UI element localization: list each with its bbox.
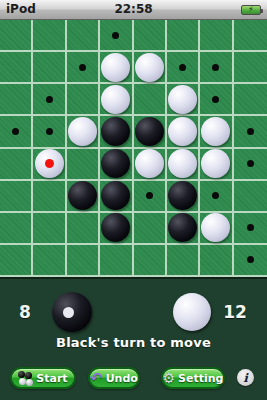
board-cell-r2c2[interactable] bbox=[67, 84, 100, 116]
legal-move-dot[interactable] bbox=[146, 192, 153, 199]
board-cell-r0c0[interactable] bbox=[0, 20, 33, 52]
board-cell-r6c2[interactable] bbox=[67, 213, 100, 245]
board-cell-r4c6[interactable] bbox=[200, 149, 233, 181]
board-cell-r6c1[interactable] bbox=[33, 213, 66, 245]
black-score: 8 bbox=[14, 302, 36, 322]
board-cell-r6c6[interactable] bbox=[200, 213, 233, 245]
board-cell-r3c5[interactable] bbox=[167, 116, 200, 148]
board-cell-r1c6[interactable] bbox=[200, 52, 233, 84]
board-cell-r5c4[interactable] bbox=[134, 181, 167, 213]
start-button[interactable]: Start bbox=[10, 367, 76, 389]
board-cell-r5c1[interactable] bbox=[33, 181, 66, 213]
board-cell-r6c0[interactable] bbox=[0, 213, 33, 245]
white-stone bbox=[168, 117, 197, 146]
undo-button-label: Undo bbox=[106, 372, 138, 385]
board-cell-r0c6[interactable] bbox=[200, 20, 233, 52]
info-icon: i bbox=[243, 372, 248, 384]
legal-move-dot[interactable] bbox=[79, 64, 86, 71]
legal-move-dot[interactable] bbox=[212, 192, 219, 199]
setting-button[interactable]: ⚙ Setting bbox=[161, 367, 225, 389]
board-cell-r3c7[interactable] bbox=[234, 116, 267, 148]
turn-indicator-dot bbox=[63, 307, 74, 318]
board-cell-r4c3[interactable] bbox=[100, 149, 133, 181]
status-bar: iPod 22:58 ⚡ bbox=[0, 0, 267, 20]
board-cell-r1c5[interactable] bbox=[167, 52, 200, 84]
black-stone bbox=[168, 181, 197, 210]
white-stone bbox=[201, 213, 230, 242]
board-cell-r2c1[interactable] bbox=[33, 84, 66, 116]
board-cell-r2c6[interactable] bbox=[200, 84, 233, 116]
black-stone bbox=[101, 117, 130, 146]
board-cell-r6c4[interactable] bbox=[134, 213, 167, 245]
black-stone bbox=[135, 117, 164, 146]
gear-icon: ⚙ bbox=[163, 371, 176, 385]
board-cell-r7c4[interactable] bbox=[134, 245, 167, 277]
legal-move-dot[interactable] bbox=[247, 160, 254, 167]
board-cell-r5c0[interactable] bbox=[0, 181, 33, 213]
board-cell-r5c3[interactable] bbox=[100, 181, 133, 213]
board-cell-r7c6[interactable] bbox=[200, 245, 233, 277]
legal-move-dot[interactable] bbox=[179, 64, 186, 71]
board-cell-r0c7[interactable] bbox=[234, 20, 267, 52]
new-game-stones-icon bbox=[18, 371, 33, 386]
undo-button[interactable]: ↶ Undo bbox=[88, 367, 140, 389]
board-cell-r5c5[interactable] bbox=[167, 181, 200, 213]
white-stone bbox=[35, 149, 64, 178]
board-cell-r0c2[interactable] bbox=[67, 20, 100, 52]
board-cell-r1c2[interactable] bbox=[67, 52, 100, 84]
board-cell-r2c5[interactable] bbox=[167, 84, 200, 116]
board bbox=[0, 20, 267, 277]
board-cell-r4c5[interactable] bbox=[167, 149, 200, 181]
white-stone bbox=[135, 53, 164, 82]
board-cell-r1c1[interactable] bbox=[33, 52, 66, 84]
white-tray-stone bbox=[173, 293, 211, 331]
board-cell-r3c4[interactable] bbox=[134, 116, 167, 148]
legal-move-dot[interactable] bbox=[12, 128, 19, 135]
board-cell-r5c7[interactable] bbox=[234, 181, 267, 213]
board-cell-r1c7[interactable] bbox=[234, 52, 267, 84]
black-stone bbox=[101, 149, 130, 178]
legal-move-dot[interactable] bbox=[247, 128, 254, 135]
board-cell-r0c5[interactable] bbox=[167, 20, 200, 52]
last-move-red-dot bbox=[45, 159, 54, 168]
board-cell-r1c4[interactable] bbox=[134, 52, 167, 84]
board-cell-r2c0[interactable] bbox=[0, 84, 33, 116]
board-cell-r1c0[interactable] bbox=[0, 52, 33, 84]
board-cell-r3c6[interactable] bbox=[200, 116, 233, 148]
board-cell-r3c3[interactable] bbox=[100, 116, 133, 148]
legal-move-dot[interactable] bbox=[46, 96, 53, 103]
black-turn-stone bbox=[52, 292, 92, 332]
legal-move-dot[interactable] bbox=[212, 96, 219, 103]
white-stone bbox=[168, 149, 197, 178]
bottom-panel: 8 12 Black's turn to move Start ↶ Undo ⚙… bbox=[0, 277, 267, 400]
black-stone bbox=[101, 181, 130, 210]
board-cell-r4c1[interactable] bbox=[33, 149, 66, 181]
charging-bolt-icon: ⚡ bbox=[248, 6, 254, 14]
board-cell-r6c3[interactable] bbox=[100, 213, 133, 245]
board-cell-r0c1[interactable] bbox=[33, 20, 66, 52]
board-cell-r6c5[interactable] bbox=[167, 213, 200, 245]
board-cell-r5c2[interactable] bbox=[67, 181, 100, 213]
undo-arrow-icon: ↶ bbox=[90, 371, 103, 386]
legal-move-dot[interactable] bbox=[212, 64, 219, 71]
setting-button-label: Setting bbox=[178, 372, 223, 385]
board-cell-r7c1[interactable] bbox=[33, 245, 66, 277]
board-cell-r0c3[interactable] bbox=[100, 20, 133, 52]
board-cell-r7c0[interactable] bbox=[0, 245, 33, 277]
white-score: 12 bbox=[220, 302, 250, 322]
legal-move-dot[interactable] bbox=[247, 256, 254, 263]
white-stone bbox=[135, 149, 164, 178]
board-cell-r4c0[interactable] bbox=[0, 149, 33, 181]
white-stone bbox=[101, 85, 130, 114]
board-cell-r3c1[interactable] bbox=[33, 116, 66, 148]
board-cell-r4c7[interactable] bbox=[234, 149, 267, 181]
info-button[interactable]: i bbox=[237, 369, 254, 386]
white-stone bbox=[101, 53, 130, 82]
white-stone bbox=[168, 85, 197, 114]
turn-status-text: Black's turn to move bbox=[0, 335, 267, 350]
board-cell-r0c4[interactable] bbox=[134, 20, 167, 52]
battery-charging-icon: ⚡ bbox=[241, 5, 261, 15]
board-cell-r3c0[interactable] bbox=[0, 116, 33, 148]
black-stone bbox=[101, 213, 130, 242]
white-stone bbox=[201, 117, 230, 146]
black-stone bbox=[168, 213, 197, 242]
board-cell-r5c6[interactable] bbox=[200, 181, 233, 213]
othello-app-screen: iPod 22:58 ⚡ 8 12 Black's turn to move S… bbox=[0, 0, 267, 400]
start-button-label: Start bbox=[36, 372, 67, 385]
board-cell-r4c2[interactable] bbox=[67, 149, 100, 181]
board-cell-r7c3[interactable] bbox=[100, 245, 133, 277]
board-cell-r7c5[interactable] bbox=[167, 245, 200, 277]
board-cell-r3c2[interactable] bbox=[67, 116, 100, 148]
white-stone bbox=[201, 149, 230, 178]
legal-move-dot[interactable] bbox=[112, 32, 119, 39]
board-cell-r4c4[interactable] bbox=[134, 149, 167, 181]
legal-move-dot[interactable] bbox=[247, 224, 254, 231]
board-cell-r7c7[interactable] bbox=[234, 245, 267, 277]
board-cell-r2c4[interactable] bbox=[134, 84, 167, 116]
white-stone bbox=[68, 117, 97, 146]
board-cell-r1c3[interactable] bbox=[100, 52, 133, 84]
board-cell-r7c2[interactable] bbox=[67, 245, 100, 277]
board-cell-r2c3[interactable] bbox=[100, 84, 133, 116]
board-cell-r2c7[interactable] bbox=[234, 84, 267, 116]
clock: 22:58 bbox=[0, 2, 267, 16]
black-stone bbox=[68, 181, 97, 210]
board-cell-r6c7[interactable] bbox=[234, 213, 267, 245]
legal-move-dot[interactable] bbox=[46, 128, 53, 135]
